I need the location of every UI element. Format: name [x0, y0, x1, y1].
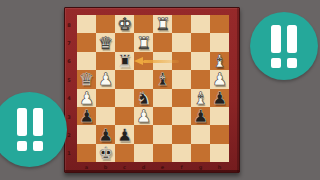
square-c4[interactable] [115, 89, 134, 107]
exclamation-icon [17, 108, 27, 151]
square-g1[interactable] [191, 144, 210, 162]
piece-white-pawn[interactable]: ♟ [210, 70, 229, 88]
thumbnail-background: ♚♜♛♜♜♝♛♟♝♟♟♞♝♟♟♟♟♟♟♚ 87654321abcdefgh [0, 0, 320, 180]
piece-black-pawn[interactable]: ♟ [210, 89, 229, 107]
piece-black-bishop[interactable]: ♝ [153, 70, 172, 88]
square-e5[interactable]: ♝ [153, 70, 172, 88]
rank-label-1: 1 [65, 150, 73, 156]
square-c2[interactable]: ♟ [115, 125, 134, 143]
file-label-b: b [102, 164, 110, 170]
square-a4[interactable]: ♟ [77, 89, 96, 107]
piece-white-king[interactable]: ♚ [115, 15, 134, 33]
square-c8[interactable]: ♚ [115, 15, 134, 33]
square-e7[interactable] [153, 33, 172, 51]
piece-black-pawn[interactable]: ♟ [96, 125, 115, 143]
square-d5[interactable] [134, 70, 153, 88]
square-a5[interactable]: ♛ [77, 70, 96, 88]
rank-label-5: 5 [65, 77, 73, 83]
square-e2[interactable] [153, 125, 172, 143]
square-b1[interactable]: ♚ [96, 144, 115, 162]
square-g6[interactable] [191, 52, 210, 70]
square-h6[interactable]: ♝ [210, 52, 229, 70]
square-h8[interactable] [210, 15, 229, 33]
square-b5[interactable]: ♟ [96, 70, 115, 88]
square-d3[interactable]: ♟ [134, 107, 153, 125]
file-label-a: a [83, 164, 91, 170]
file-label-d: d [140, 164, 148, 170]
move-arrow-shaft [143, 60, 179, 63]
piece-black-king[interactable]: ♚ [96, 144, 115, 162]
square-g4[interactable]: ♝ [191, 89, 210, 107]
square-b3[interactable] [96, 107, 115, 125]
chess-board[interactable]: ♚♜♛♜♜♝♛♟♝♟♟♞♝♟♟♟♟♟♟♚ [77, 15, 229, 163]
file-label-e: e [159, 164, 167, 170]
exclamation-icon [271, 25, 281, 68]
square-d7[interactable]: ♜ [134, 33, 153, 51]
square-e1[interactable] [153, 144, 172, 162]
piece-white-queen[interactable]: ♛ [96, 33, 115, 51]
square-b6[interactable] [96, 52, 115, 70]
square-d4[interactable]: ♞ [134, 89, 153, 107]
square-a7[interactable] [77, 33, 96, 51]
square-h7[interactable] [210, 33, 229, 51]
square-e3[interactable] [153, 107, 172, 125]
square-h1[interactable] [210, 144, 229, 162]
file-label-c: c [121, 164, 129, 170]
square-f1[interactable] [172, 144, 191, 162]
piece-black-pawn[interactable]: ♟ [77, 107, 96, 125]
piece-black-pawn[interactable]: ♟ [115, 125, 134, 143]
piece-white-pawn[interactable]: ♟ [134, 107, 153, 125]
exclamation-icon [287, 25, 297, 68]
square-g2[interactable] [191, 125, 210, 143]
square-g3[interactable]: ♟ [191, 107, 210, 125]
square-g7[interactable] [191, 33, 210, 51]
square-h5[interactable]: ♟ [210, 70, 229, 88]
square-c1[interactable] [115, 144, 134, 162]
square-g8[interactable] [191, 15, 210, 33]
square-c6[interactable]: ♜ [115, 52, 134, 70]
piece-white-pawn[interactable]: ♟ [96, 70, 115, 88]
rank-label-6: 6 [65, 58, 73, 64]
move-arrow-head [134, 57, 143, 65]
double-exclam-badge-left [0, 92, 67, 167]
double-exclam-badge-top-right [250, 12, 318, 80]
square-a2[interactable] [77, 125, 96, 143]
square-f2[interactable] [172, 125, 191, 143]
square-h3[interactable] [210, 107, 229, 125]
square-f4[interactable] [172, 89, 191, 107]
square-d1[interactable] [134, 144, 153, 162]
square-d2[interactable] [134, 125, 153, 143]
piece-black-rook[interactable]: ♜ [115, 52, 134, 70]
square-b2[interactable]: ♟ [96, 125, 115, 143]
rank-label-4: 4 [65, 95, 73, 101]
square-b8[interactable] [96, 15, 115, 33]
rank-label-7: 7 [65, 40, 73, 46]
piece-white-bishop[interactable]: ♝ [191, 89, 210, 107]
square-a1[interactable] [77, 144, 96, 162]
square-c3[interactable] [115, 107, 134, 125]
square-f7[interactable] [172, 33, 191, 51]
piece-white-pawn[interactable]: ♟ [77, 89, 96, 107]
square-c5[interactable] [115, 70, 134, 88]
square-f3[interactable] [172, 107, 191, 125]
square-f5[interactable] [172, 70, 191, 88]
exclamation-icon [33, 108, 43, 151]
piece-black-knight[interactable]: ♞ [134, 89, 153, 107]
square-g5[interactable] [191, 70, 210, 88]
piece-black-queen[interactable]: ♛ [77, 70, 96, 88]
piece-black-pawn[interactable]: ♟ [191, 107, 210, 125]
square-c7[interactable] [115, 33, 134, 51]
square-b4[interactable] [96, 89, 115, 107]
square-a8[interactable] [77, 15, 96, 33]
square-e8[interactable]: ♜ [153, 15, 172, 33]
square-f8[interactable] [172, 15, 191, 33]
piece-white-rook[interactable]: ♜ [153, 15, 172, 33]
square-b7[interactable]: ♛ [96, 33, 115, 51]
square-h2[interactable] [210, 125, 229, 143]
piece-white-bishop[interactable]: ♝ [210, 52, 229, 70]
piece-white-rook[interactable]: ♜ [134, 33, 153, 51]
square-a6[interactable] [77, 52, 96, 70]
file-label-h: h [216, 164, 224, 170]
file-label-f: f [178, 164, 186, 170]
square-d8[interactable] [134, 15, 153, 33]
square-e4[interactable] [153, 89, 172, 107]
square-h4[interactable]: ♟ [210, 89, 229, 107]
file-label-g: g [197, 164, 205, 170]
rank-label-8: 8 [65, 22, 73, 28]
rank-label-3: 3 [65, 114, 73, 120]
square-a3[interactable]: ♟ [77, 107, 96, 125]
